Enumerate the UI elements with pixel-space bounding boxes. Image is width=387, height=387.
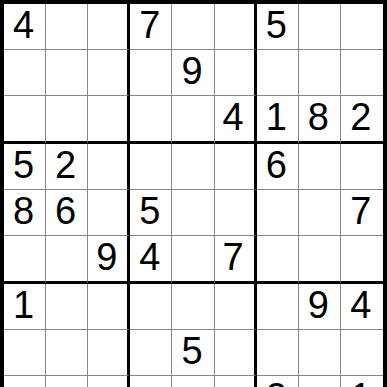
cell-r6c7[interactable]	[257, 236, 299, 284]
cell-r6c6[interactable]: 7	[215, 236, 257, 284]
cell-r8c2[interactable]	[46, 330, 88, 376]
cell-r4c4[interactable]	[130, 144, 172, 190]
cell-r8c1[interactable]	[4, 330, 46, 376]
cell-r4c1[interactable]: 5	[4, 144, 46, 190]
cell-r3c3[interactable]	[88, 96, 130, 144]
sudoku-board: 475941825268657947194521	[0, 0, 387, 387]
cell-r3c1[interactable]	[4, 96, 46, 144]
cell-r3c8[interactable]: 8	[299, 96, 341, 144]
cell-r5c6[interactable]	[215, 190, 257, 236]
cell-r1c1[interactable]: 4	[4, 4, 46, 50]
cell-r5c7[interactable]	[257, 190, 299, 236]
cell-r3c6[interactable]: 4	[215, 96, 257, 144]
cell-r7c7[interactable]	[257, 284, 299, 330]
cell-r5c4[interactable]: 5	[130, 190, 172, 236]
cell-r4c7[interactable]: 6	[257, 144, 299, 190]
cell-r1c8[interactable]	[299, 4, 341, 50]
cell-r1c9[interactable]	[341, 4, 383, 50]
cell-r1c7[interactable]: 5	[257, 4, 299, 50]
cell-r6c8[interactable]	[299, 236, 341, 284]
cell-r5c8[interactable]	[299, 190, 341, 236]
cell-r2c9[interactable]	[341, 50, 383, 96]
cell-r9c8[interactable]	[299, 376, 341, 387]
cell-r6c4[interactable]: 4	[130, 236, 172, 284]
cell-r4c6[interactable]	[215, 144, 257, 190]
cell-r8c7[interactable]	[257, 330, 299, 376]
cell-r5c3[interactable]	[88, 190, 130, 236]
cell-r3c5[interactable]	[172, 96, 214, 144]
cell-r2c7[interactable]	[257, 50, 299, 96]
cell-r4c8[interactable]	[299, 144, 341, 190]
cell-r8c5[interactable]: 5	[172, 330, 214, 376]
cell-r7c3[interactable]	[88, 284, 130, 330]
cell-r2c5[interactable]: 9	[172, 50, 214, 96]
cell-r2c6[interactable]	[215, 50, 257, 96]
cell-r8c9[interactable]	[341, 330, 383, 376]
cell-r1c3[interactable]	[88, 4, 130, 50]
cell-r3c4[interactable]	[130, 96, 172, 144]
cell-r1c6[interactable]	[215, 4, 257, 50]
cell-r1c2[interactable]	[46, 4, 88, 50]
cell-r9c3[interactable]	[88, 376, 130, 387]
cell-r4c3[interactable]	[88, 144, 130, 190]
cell-r8c3[interactable]	[88, 330, 130, 376]
cell-r6c1[interactable]	[4, 236, 46, 284]
cell-r7c8[interactable]: 9	[299, 284, 341, 330]
cell-r4c5[interactable]	[172, 144, 214, 190]
cell-r2c4[interactable]	[130, 50, 172, 96]
cell-r6c9[interactable]	[341, 236, 383, 284]
cell-r2c8[interactable]	[299, 50, 341, 96]
cell-r2c1[interactable]	[4, 50, 46, 96]
cell-r1c4[interactable]: 7	[130, 4, 172, 50]
cell-r7c9[interactable]: 4	[341, 284, 383, 330]
cell-r2c3[interactable]	[88, 50, 130, 96]
cell-r5c1[interactable]: 8	[4, 190, 46, 236]
cell-r3c2[interactable]	[46, 96, 88, 144]
cell-r9c7[interactable]: 2	[257, 376, 299, 387]
cell-r8c6[interactable]	[215, 330, 257, 376]
cell-r9c5[interactable]	[172, 376, 214, 387]
cell-r5c5[interactable]	[172, 190, 214, 236]
cell-r9c9[interactable]: 1	[341, 376, 383, 387]
cell-r9c2[interactable]	[46, 376, 88, 387]
cell-r3c9[interactable]: 2	[341, 96, 383, 144]
cell-r9c6[interactable]	[215, 376, 257, 387]
cell-r7c4[interactable]	[130, 284, 172, 330]
cell-r6c3[interactable]: 9	[88, 236, 130, 284]
cell-r9c1[interactable]	[4, 376, 46, 387]
cell-r5c9[interactable]: 7	[341, 190, 383, 236]
cell-r9c4[interactable]	[130, 376, 172, 387]
cell-r7c2[interactable]	[46, 284, 88, 330]
cell-r7c1[interactable]: 1	[4, 284, 46, 330]
cell-r7c6[interactable]	[215, 284, 257, 330]
cell-r6c5[interactable]	[172, 236, 214, 284]
cell-r6c2[interactable]	[46, 236, 88, 284]
cell-r2c2[interactable]	[46, 50, 88, 96]
cell-r8c4[interactable]	[130, 330, 172, 376]
cell-r5c2[interactable]: 6	[46, 190, 88, 236]
cell-r7c5[interactable]	[172, 284, 214, 330]
cell-r8c8[interactable]	[299, 330, 341, 376]
cell-r1c5[interactable]	[172, 4, 214, 50]
sudoku-puzzle: 475941825268657947194521	[0, 0, 387, 387]
cell-r3c7[interactable]: 1	[257, 96, 299, 144]
cell-r4c9[interactable]	[341, 144, 383, 190]
cell-r4c2[interactable]: 2	[46, 144, 88, 190]
